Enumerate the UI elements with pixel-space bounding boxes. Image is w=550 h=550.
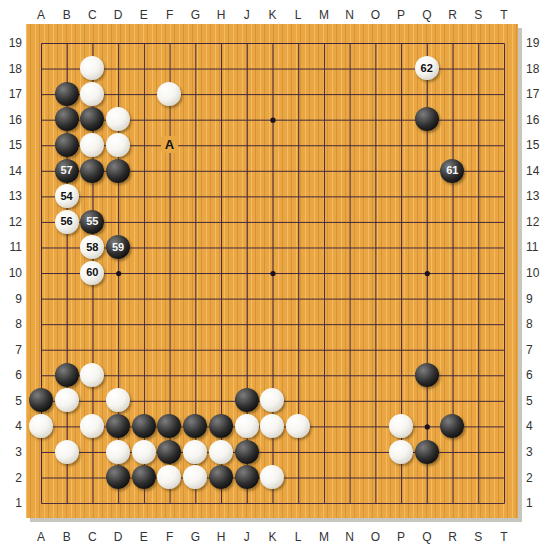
stone-Q18[interactable]: 62	[415, 56, 439, 80]
stone-A4[interactable]	[29, 414, 53, 438]
row-label-right-8: 8	[526, 316, 550, 332]
stone-B14[interactable]: 57	[55, 159, 79, 183]
go-diagram: 625761545655585960A AABBCCDDEEFFGGHHJJKK…	[0, 0, 550, 550]
stone-F2[interactable]	[157, 465, 181, 489]
row-label-right-18: 18	[526, 61, 550, 77]
row-label-left-11: 11	[0, 239, 22, 255]
stone-P4[interactable]	[389, 414, 413, 438]
col-label-top-F: F	[157, 7, 183, 23]
col-label-top-H: H	[208, 7, 234, 23]
col-label-bottom-R: R	[440, 529, 466, 545]
row-label-left-19: 19	[0, 35, 22, 51]
col-label-top-Q: Q	[414, 7, 440, 23]
stone-F17[interactable]	[157, 82, 181, 106]
row-label-left-10: 10	[0, 265, 22, 281]
stone-B17[interactable]	[55, 82, 79, 106]
row-label-right-9: 9	[526, 291, 550, 307]
col-label-bottom-J: J	[234, 529, 260, 545]
col-label-top-B: B	[54, 7, 80, 23]
col-label-top-N: N	[337, 7, 363, 23]
stone-K4[interactable]	[260, 414, 284, 438]
go-board[interactable]: 625761545655585960A	[26, 24, 518, 518]
stone-C18[interactable]	[80, 56, 104, 80]
stone-Q16[interactable]	[415, 107, 439, 131]
stone-G2[interactable]	[183, 465, 207, 489]
stone-D15[interactable]	[106, 133, 130, 157]
col-label-bottom-F: F	[157, 529, 183, 545]
row-label-left-17: 17	[0, 86, 22, 102]
stone-Q6[interactable]	[415, 363, 439, 387]
col-label-top-J: J	[234, 7, 260, 23]
row-label-left-7: 7	[0, 342, 22, 358]
row-label-left-2: 2	[0, 470, 22, 486]
stone-C4[interactable]	[80, 414, 104, 438]
stone-C16[interactable]	[80, 107, 104, 131]
stone-D5[interactable]	[106, 388, 130, 412]
col-label-top-E: E	[131, 7, 157, 23]
col-label-bottom-P: P	[388, 529, 414, 545]
row-label-left-9: 9	[0, 291, 22, 307]
row-label-left-6: 6	[0, 367, 22, 383]
row-label-right-16: 16	[526, 112, 550, 128]
stone-B12[interactable]: 56	[55, 210, 79, 234]
stone-G4[interactable]	[183, 414, 207, 438]
stone-C17[interactable]	[80, 82, 104, 106]
row-label-left-5: 5	[0, 393, 22, 409]
col-label-bottom-S: S	[465, 529, 491, 545]
row-label-left-14: 14	[0, 163, 22, 179]
col-label-top-R: R	[440, 7, 466, 23]
row-label-left-18: 18	[0, 61, 22, 77]
row-label-right-4: 4	[526, 418, 550, 434]
stone-L4[interactable]	[286, 414, 310, 438]
stone-C15[interactable]	[80, 133, 104, 157]
stone-B16[interactable]	[55, 107, 79, 131]
col-label-top-S: S	[465, 7, 491, 23]
col-label-top-D: D	[105, 7, 131, 23]
row-label-left-8: 8	[0, 316, 22, 332]
stone-D3[interactable]	[106, 440, 130, 464]
col-label-top-A: A	[28, 7, 54, 23]
row-label-left-12: 12	[0, 214, 22, 230]
col-label-bottom-H: H	[208, 529, 234, 545]
stone-K2[interactable]	[260, 465, 284, 489]
stones-grid: 625761545655585960A	[28, 30, 517, 515]
col-label-bottom-M: M	[311, 529, 337, 545]
row-label-left-15: 15	[0, 137, 22, 153]
col-label-top-L: L	[285, 7, 311, 23]
stone-D14[interactable]	[106, 159, 130, 183]
row-label-right-3: 3	[526, 444, 550, 460]
col-label-bottom-L: L	[285, 529, 311, 545]
stone-B5[interactable]	[55, 388, 79, 412]
col-label-bottom-C: C	[79, 529, 105, 545]
row-label-right-15: 15	[526, 137, 550, 153]
col-label-bottom-O: O	[362, 529, 388, 545]
annotation-F15: A	[161, 136, 178, 153]
row-label-right-12: 12	[526, 214, 550, 230]
col-label-bottom-T: T	[491, 529, 517, 545]
stone-F4[interactable]	[157, 414, 181, 438]
row-label-left-1: 1	[0, 495, 22, 511]
stone-R4[interactable]	[440, 414, 464, 438]
stone-J2[interactable]	[235, 465, 259, 489]
col-label-bottom-Q: Q	[414, 529, 440, 545]
stone-H4[interactable]	[209, 414, 233, 438]
col-label-top-M: M	[311, 7, 337, 23]
row-label-right-13: 13	[526, 188, 550, 204]
col-label-bottom-D: D	[105, 529, 131, 545]
col-label-top-C: C	[79, 7, 105, 23]
stone-C6[interactable]	[80, 363, 104, 387]
row-label-right-5: 5	[526, 393, 550, 409]
col-label-top-T: T	[491, 7, 517, 23]
stone-B6[interactable]	[55, 363, 79, 387]
stone-R14[interactable]: 61	[440, 159, 464, 183]
stone-J3[interactable]	[235, 440, 259, 464]
stone-H2[interactable]	[209, 465, 233, 489]
col-label-top-K: K	[259, 7, 285, 23]
stone-J4[interactable]	[235, 414, 259, 438]
stone-A5[interactable]	[29, 388, 53, 412]
row-label-left-3: 3	[0, 444, 22, 460]
stone-Q3[interactable]	[415, 440, 439, 464]
stone-P3[interactable]	[389, 440, 413, 464]
stone-H3[interactable]	[209, 440, 233, 464]
stone-B15[interactable]	[55, 133, 79, 157]
col-label-top-O: O	[362, 7, 388, 23]
col-label-bottom-G: G	[182, 529, 208, 545]
stone-D2[interactable]	[106, 465, 130, 489]
stone-K5[interactable]	[260, 388, 284, 412]
stone-E4[interactable]	[132, 414, 156, 438]
stone-C10[interactable]: 60	[80, 261, 104, 285]
col-label-bottom-E: E	[131, 529, 157, 545]
row-label-left-13: 13	[0, 188, 22, 204]
row-label-left-16: 16	[0, 112, 22, 128]
row-label-right-11: 11	[526, 239, 550, 255]
stone-E3[interactable]	[132, 440, 156, 464]
row-label-right-14: 14	[526, 163, 550, 179]
row-label-right-17: 17	[526, 86, 550, 102]
col-label-bottom-N: N	[337, 529, 363, 545]
col-label-bottom-A: A	[28, 529, 54, 545]
stone-C11[interactable]: 58	[80, 235, 104, 259]
row-label-right-7: 7	[526, 342, 550, 358]
row-label-right-19: 19	[526, 35, 550, 51]
stone-J5[interactable]	[235, 388, 259, 412]
stone-C12[interactable]: 55	[80, 210, 104, 234]
col-label-top-G: G	[182, 7, 208, 23]
row-label-right-2: 2	[526, 470, 550, 486]
stone-E2[interactable]	[132, 465, 156, 489]
stone-D11[interactable]: 59	[106, 235, 130, 259]
stone-B3[interactable]	[55, 440, 79, 464]
col-label-bottom-B: B	[54, 529, 80, 545]
row-label-right-10: 10	[526, 265, 550, 281]
row-label-left-4: 4	[0, 418, 22, 434]
stone-B13[interactable]: 54	[55, 184, 79, 208]
stone-D16[interactable]	[106, 107, 130, 131]
col-label-bottom-K: K	[259, 529, 285, 545]
stone-F3[interactable]	[157, 440, 181, 464]
row-label-right-6: 6	[526, 367, 550, 383]
stone-G3[interactable]	[183, 440, 207, 464]
stone-D4[interactable]	[106, 414, 130, 438]
stone-C14[interactable]	[80, 159, 104, 183]
col-label-top-P: P	[388, 7, 414, 23]
row-label-right-1: 1	[526, 495, 550, 511]
